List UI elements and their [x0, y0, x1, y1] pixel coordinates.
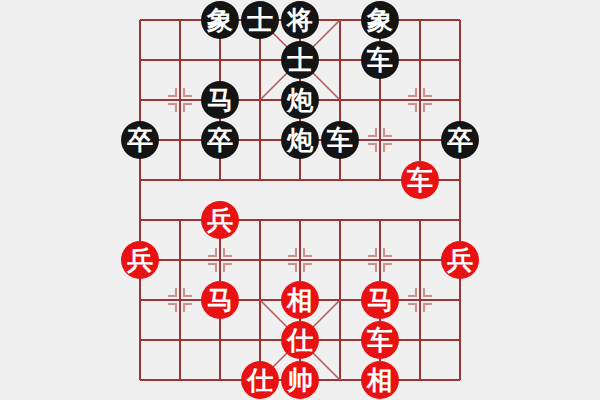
piece-black-elephant[interactable]: 象 [201, 1, 239, 39]
piece-red-elephant[interactable]: 相 [361, 361, 399, 399]
piece-red-pawn[interactable]: 兵 [201, 201, 239, 239]
piece-black-advisor[interactable]: 士 [241, 1, 279, 39]
piece-black-pawn[interactable]: 卒 [441, 121, 479, 159]
piece-red-horse[interactable]: 马 [201, 281, 239, 319]
piece-red-advisor[interactable]: 仕 [281, 321, 319, 359]
piece-red-general[interactable]: 帅 [281, 361, 319, 399]
piece-red-advisor[interactable]: 仕 [241, 361, 279, 399]
piece-black-chariot[interactable]: 车 [361, 41, 399, 79]
piece-red-chariot[interactable]: 车 [361, 321, 399, 359]
pieces-layer: 象士将象士车马炮卒卒炮车卒车兵兵兵马相马仕车仕帅相 [120, 0, 480, 400]
piece-black-chariot[interactable]: 车 [321, 121, 359, 159]
piece-red-chariot[interactable]: 车 [401, 161, 439, 199]
xiangqi-board: 象士将象士车马炮卒卒炮车卒车兵兵兵马相马仕车仕帅相 [0, 0, 600, 400]
piece-black-elephant[interactable]: 象 [361, 1, 399, 39]
piece-red-pawn[interactable]: 兵 [441, 241, 479, 279]
piece-black-pawn[interactable]: 卒 [201, 121, 239, 159]
piece-black-pawn[interactable]: 卒 [121, 121, 159, 159]
piece-red-pawn[interactable]: 兵 [121, 241, 159, 279]
piece-red-elephant[interactable]: 相 [281, 281, 319, 319]
piece-red-horse[interactable]: 马 [361, 281, 399, 319]
piece-black-horse[interactable]: 马 [201, 81, 239, 119]
piece-black-cannon[interactable]: 炮 [281, 81, 319, 119]
piece-black-advisor[interactable]: 士 [281, 41, 319, 79]
piece-black-cannon[interactable]: 炮 [281, 121, 319, 159]
piece-black-general[interactable]: 将 [281, 1, 319, 39]
